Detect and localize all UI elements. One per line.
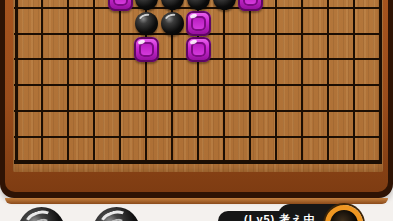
purple-gem	[134, 37, 159, 62]
black-stone	[135, 12, 158, 35]
grid-line-horizontal	[14, 84, 382, 86]
grid-line-vertical	[223, 0, 225, 164]
grid-line-horizontal	[14, 160, 382, 164]
grid-line-vertical	[67, 0, 69, 164]
grid-line-horizontal	[14, 136, 382, 138]
grid-line-vertical	[353, 0, 355, 164]
grid-line-vertical	[249, 0, 251, 164]
grid-line-vertical	[41, 0, 43, 164]
grid-line-vertical	[379, 0, 382, 164]
grid-line-vertical	[119, 0, 121, 164]
grid-line-vertical	[327, 0, 329, 164]
purple-gem	[186, 37, 211, 62]
purple-gem	[186, 11, 211, 36]
board-grid[interactable]	[0, 0, 393, 221]
black-stone	[161, 12, 184, 35]
game-screen: (Lv5) 考え中	[0, 0, 393, 221]
grid-line-horizontal	[14, 110, 382, 112]
purple-gem	[108, 0, 133, 11]
speech-bubble-caption: (Lv5) 考え中	[244, 212, 316, 221]
purple-gem	[238, 0, 263, 11]
grid-line-vertical	[301, 0, 303, 164]
grid-line-vertical	[15, 0, 18, 164]
grid-line-vertical	[275, 0, 277, 164]
grid-line-vertical	[93, 0, 95, 164]
